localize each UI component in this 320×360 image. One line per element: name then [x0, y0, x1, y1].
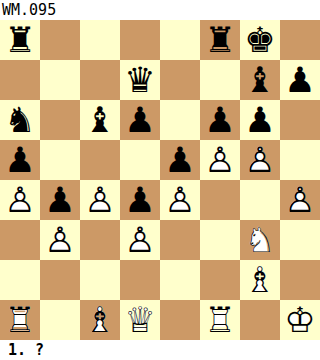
square-f6[interactable]: ♟: [200, 100, 240, 140]
black-pawn-piece: ♟: [160, 140, 200, 180]
black-bishop-piece: ♝: [80, 100, 120, 140]
square-e5[interactable]: ♟: [160, 140, 200, 180]
white-bishop-piece: ♝♗: [80, 300, 120, 340]
black-pawn-glyph: ♟: [200, 100, 240, 140]
white-pawn-piece: ♟♙: [120, 220, 160, 260]
white-bishop-piece: ♝♗: [240, 260, 280, 300]
square-g7[interactable]: ♝: [240, 60, 280, 100]
black-rook-glyph: ♜: [0, 20, 40, 60]
square-d6[interactable]: ♟: [120, 100, 160, 140]
square-b8[interactable]: [40, 20, 80, 60]
black-pawn-piece: ♟: [40, 180, 80, 220]
black-pawn-glyph: ♟: [120, 100, 160, 140]
white-pawn-outline: ♙: [160, 180, 200, 220]
white-pawn-outline: ♙: [240, 140, 280, 180]
square-c5[interactable]: [80, 140, 120, 180]
square-b7[interactable]: [40, 60, 80, 100]
square-e4[interactable]: ♟♙: [160, 180, 200, 220]
white-rook-outline: ♖: [0, 300, 40, 340]
square-f3[interactable]: [200, 220, 240, 260]
square-h3[interactable]: [280, 220, 320, 260]
white-rook-piece: ♜♖: [200, 300, 240, 340]
square-a4[interactable]: ♟♙: [0, 180, 40, 220]
black-king-piece: ♚: [240, 20, 280, 60]
square-c6[interactable]: ♝: [80, 100, 120, 140]
square-e8[interactable]: [160, 20, 200, 60]
square-f8[interactable]: ♜: [200, 20, 240, 60]
square-h8[interactable]: [280, 20, 320, 60]
white-king-outline: ♔: [280, 300, 320, 340]
white-pawn-piece: ♟♙: [40, 220, 80, 260]
square-h5[interactable]: [280, 140, 320, 180]
square-g1[interactable]: [240, 300, 280, 340]
square-g6[interactable]: ♟: [240, 100, 280, 140]
square-g4[interactable]: [240, 180, 280, 220]
square-e7[interactable]: [160, 60, 200, 100]
square-d3[interactable]: ♟♙: [120, 220, 160, 260]
square-a7[interactable]: [0, 60, 40, 100]
white-pawn-piece: ♟♙: [80, 180, 120, 220]
square-d1[interactable]: ♛♕: [120, 300, 160, 340]
move-prompt: 1. ?: [8, 341, 44, 359]
square-e6[interactable]: [160, 100, 200, 140]
square-g2[interactable]: ♝♗: [240, 260, 280, 300]
square-h6[interactable]: [280, 100, 320, 140]
square-f1[interactable]: ♜♖: [200, 300, 240, 340]
chess-board: ♜♜♚♛♝♟♞♝♟♟♟♟♟♟♙♟♙♟♙♟♟♙♟♟♙♟♙♟♙♟♙♞♘♝♗♜♖♝♗♛…: [0, 20, 320, 340]
square-h1[interactable]: ♚♔: [280, 300, 320, 340]
black-knight-piece: ♞: [0, 100, 40, 140]
chess-puzzle-app: WM.095 ♜♜♚♛♝♟♞♝♟♟♟♟♟♟♙♟♙♟♙♟♟♙♟♟♙♟♙♟♙♟♙♞♘…: [0, 0, 320, 360]
move-prompt-bar: 1. ?: [0, 340, 320, 360]
square-g8[interactable]: ♚: [240, 20, 280, 60]
square-d7[interactable]: ♛: [120, 60, 160, 100]
square-c4[interactable]: ♟♙: [80, 180, 120, 220]
square-f7[interactable]: [200, 60, 240, 100]
white-rook-outline: ♖: [200, 300, 240, 340]
square-f4[interactable]: [200, 180, 240, 220]
square-c8[interactable]: [80, 20, 120, 60]
white-king-piece: ♚♔: [280, 300, 320, 340]
square-d5[interactable]: [120, 140, 160, 180]
white-pawn-piece: ♟♙: [200, 140, 240, 180]
black-pawn-glyph: ♟: [280, 60, 320, 100]
black-pawn-piece: ♟: [0, 140, 40, 180]
white-pawn-outline: ♙: [40, 220, 80, 260]
square-b6[interactable]: [40, 100, 80, 140]
black-pawn-piece: ♟: [280, 60, 320, 100]
black-queen-piece: ♛: [120, 60, 160, 100]
black-rook-piece: ♜: [0, 20, 40, 60]
square-f5[interactable]: ♟♙: [200, 140, 240, 180]
black-pawn-glyph: ♟: [0, 140, 40, 180]
square-e3[interactable]: [160, 220, 200, 260]
white-bishop-outline: ♗: [80, 300, 120, 340]
black-pawn-glyph: ♟: [160, 140, 200, 180]
square-e1[interactable]: [160, 300, 200, 340]
white-pawn-piece: ♟♙: [160, 180, 200, 220]
white-pawn-outline: ♙: [120, 220, 160, 260]
black-pawn-piece: ♟: [200, 100, 240, 140]
square-d4[interactable]: ♟: [120, 180, 160, 220]
square-g3[interactable]: ♞♘: [240, 220, 280, 260]
black-bishop-glyph: ♝: [80, 100, 120, 140]
white-pawn-piece: ♟♙: [240, 140, 280, 180]
black-knight-glyph: ♞: [0, 100, 40, 140]
black-pawn-piece: ♟: [120, 100, 160, 140]
square-f2[interactable]: [200, 260, 240, 300]
puzzle-id: WM.095: [2, 1, 56, 19]
black-rook-piece: ♜: [200, 20, 240, 60]
square-c1[interactable]: ♝♗: [80, 300, 120, 340]
black-queen-glyph: ♛: [120, 60, 160, 100]
square-b2[interactable]: [40, 260, 80, 300]
square-a2[interactable]: [0, 260, 40, 300]
square-g5[interactable]: ♟♙: [240, 140, 280, 180]
white-pawn-outline: ♙: [80, 180, 120, 220]
white-queen-outline: ♕: [120, 300, 160, 340]
black-rook-glyph: ♜: [200, 20, 240, 60]
square-a3[interactable]: [0, 220, 40, 260]
white-pawn-outline: ♙: [280, 180, 320, 220]
square-b4[interactable]: ♟: [40, 180, 80, 220]
square-e2[interactable]: [160, 260, 200, 300]
square-b5[interactable]: [40, 140, 80, 180]
square-b1[interactable]: [40, 300, 80, 340]
square-h2[interactable]: [280, 260, 320, 300]
white-pawn-piece: ♟♙: [280, 180, 320, 220]
square-a8[interactable]: ♜: [0, 20, 40, 60]
white-bishop-outline: ♗: [240, 260, 280, 300]
square-a5[interactable]: ♟: [0, 140, 40, 180]
black-king-glyph: ♚: [240, 20, 280, 60]
square-d8[interactable]: [120, 20, 160, 60]
black-pawn-glyph: ♟: [120, 180, 160, 220]
white-rook-piece: ♜♖: [0, 300, 40, 340]
square-a6[interactable]: ♞: [0, 100, 40, 140]
square-h4[interactable]: ♟♙: [280, 180, 320, 220]
white-knight-outline: ♘: [240, 220, 280, 260]
white-pawn-piece: ♟♙: [0, 180, 40, 220]
square-d2[interactable]: [120, 260, 160, 300]
white-pawn-outline: ♙: [200, 140, 240, 180]
black-pawn-piece: ♟: [240, 100, 280, 140]
black-pawn-glyph: ♟: [240, 100, 280, 140]
black-pawn-glyph: ♟: [40, 180, 80, 220]
white-pawn-outline: ♙: [0, 180, 40, 220]
square-a1[interactable]: ♜♖: [0, 300, 40, 340]
square-c7[interactable]: [80, 60, 120, 100]
black-bishop-glyph: ♝: [240, 60, 280, 100]
white-queen-piece: ♛♕: [120, 300, 160, 340]
square-c2[interactable]: [80, 260, 120, 300]
square-b3[interactable]: ♟♙: [40, 220, 80, 260]
black-pawn-piece: ♟: [120, 180, 160, 220]
square-c3[interactable]: [80, 220, 120, 260]
square-h7[interactable]: ♟: [280, 60, 320, 100]
puzzle-header: WM.095: [0, 0, 320, 20]
white-knight-piece: ♞♘: [240, 220, 280, 260]
black-bishop-piece: ♝: [240, 60, 280, 100]
